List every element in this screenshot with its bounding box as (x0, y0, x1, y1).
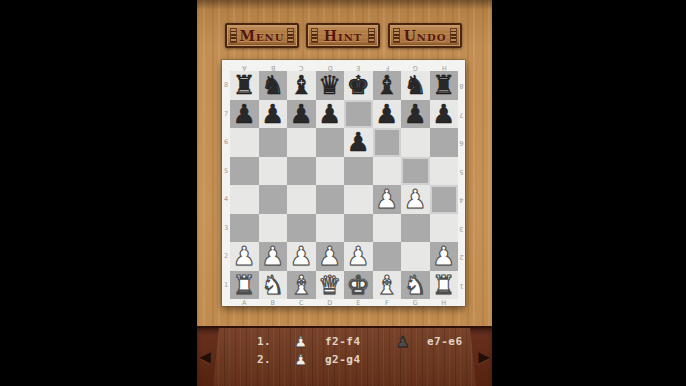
app-screen: Menu Hint Undo ABCDEFGH 87654321 8765432… (0, 0, 686, 386)
black-rook-piece: ♜ (233, 71, 256, 100)
square-g3[interactable] (401, 214, 430, 243)
square-f5[interactable] (373, 157, 402, 186)
black-pawn-piece: ♟ (318, 100, 341, 129)
hint-button[interactable]: Hint (306, 23, 380, 48)
menu-button-label: Menu (240, 28, 285, 44)
move-list-tray: ◀ 1. ♟ f2-f4 ♟ e7-e6 2. ♟ g2-g4 (197, 326, 492, 386)
black-pawn-icon: ♟ (389, 333, 417, 351)
black-move-text (417, 351, 476, 369)
black-pawn-piece: ♟ (290, 100, 313, 129)
white-pawn-icon: ♟ (287, 333, 315, 351)
file-labels-bottom: ABCDEFGH (230, 300, 458, 306)
square-b6[interactable] (259, 128, 288, 157)
square-e8[interactable]: ♚ (344, 71, 373, 100)
square-h7[interactable]: ♟ (430, 100, 459, 129)
white-pawn-piece: ♟ (290, 242, 313, 271)
square-f3[interactable] (373, 214, 402, 243)
black-pawn-piece: ♟ (233, 100, 256, 129)
black-move-text: e7-e6 (417, 333, 476, 351)
square-f4[interactable]: ♟ (373, 185, 402, 214)
undo-button-label: Undo (404, 28, 447, 44)
black-knight-piece: ♞ (404, 71, 427, 100)
square-a6[interactable] (230, 128, 259, 157)
square-d6[interactable] (316, 128, 345, 157)
black-bishop-piece: ♝ (375, 71, 398, 100)
square-c4[interactable] (287, 185, 316, 214)
square-c7[interactable]: ♟ (287, 100, 316, 129)
square-e1[interactable]: ♚ (344, 271, 373, 300)
square-f7[interactable]: ♟ (373, 100, 402, 129)
square-h3[interactable] (430, 214, 459, 243)
square-g1[interactable]: ♞ (401, 271, 430, 300)
white-king-piece: ♚ (347, 271, 370, 300)
square-f8[interactable]: ♝ (373, 71, 402, 100)
square-b2[interactable]: ♟ (259, 242, 288, 271)
square-e2[interactable]: ♟ (344, 242, 373, 271)
black-knight-piece: ♞ (261, 71, 284, 100)
square-d7[interactable]: ♟ (316, 100, 345, 129)
move-number: 2. (257, 351, 287, 369)
black-bishop-piece: ♝ (290, 71, 313, 100)
white-move-text: f2-f4 (315, 333, 389, 351)
square-c2[interactable]: ♟ (287, 242, 316, 271)
move-row-1: 1. ♟ f2-f4 ♟ e7-e6 (213, 333, 476, 351)
move-number: 1. (257, 333, 287, 351)
square-e3[interactable] (344, 214, 373, 243)
square-a8[interactable]: ♜ (230, 71, 259, 100)
square-c1[interactable]: ♝ (287, 271, 316, 300)
white-knight-piece: ♞ (404, 271, 427, 300)
square-d8[interactable]: ♛ (316, 71, 345, 100)
square-a3[interactable] (230, 214, 259, 243)
square-a1[interactable]: ♜ (230, 271, 259, 300)
square-h2[interactable]: ♟ (430, 242, 459, 271)
black-pawn-piece: ♟ (375, 100, 398, 129)
prev-move-button[interactable]: ◀ (197, 346, 213, 368)
square-g5[interactable] (401, 157, 430, 186)
black-king-piece: ♚ (347, 71, 370, 100)
black-pawn-piece: ♟ (404, 100, 427, 129)
move-row-2: 2. ♟ g2-g4 (213, 351, 476, 369)
white-pawn-piece: ♟ (404, 185, 427, 214)
square-a4[interactable] (230, 185, 259, 214)
rank-labels-right: 87654321 (458, 71, 465, 299)
white-queen-piece: ♛ (318, 271, 341, 300)
square-d4[interactable] (316, 185, 345, 214)
square-c6[interactable] (287, 128, 316, 157)
white-pawn-piece: ♟ (261, 242, 284, 271)
menu-button[interactable]: Menu (225, 23, 299, 48)
white-knight-piece: ♞ (261, 271, 284, 300)
square-d1[interactable]: ♛ (316, 271, 345, 300)
chess-board: ABCDEFGH 87654321 87654321 ABCDEFGH ♜♞♝♛… (222, 60, 465, 306)
square-h6[interactable] (430, 128, 459, 157)
square-e5[interactable] (344, 157, 373, 186)
square-e6[interactable]: ♟ (344, 128, 373, 157)
white-bishop-piece: ♝ (290, 271, 313, 300)
black-pawn-piece: ♟ (432, 100, 455, 129)
right-arrow-icon: ▶ (478, 348, 490, 366)
square-g8[interactable]: ♞ (401, 71, 430, 100)
black-rook-piece: ♜ (432, 71, 455, 100)
square-g2[interactable] (401, 242, 430, 271)
black-pawn-piece: ♟ (347, 128, 370, 157)
square-h5[interactable] (430, 157, 459, 186)
white-pawn-piece: ♟ (432, 242, 455, 271)
square-a2[interactable]: ♟ (230, 242, 259, 271)
move-list-panel: 1. ♟ f2-f4 ♟ e7-e6 2. ♟ g2-g4 (213, 328, 476, 386)
square-e7[interactable] (344, 100, 373, 129)
square-d2[interactable]: ♟ (316, 242, 345, 271)
square-h8[interactable]: ♜ (430, 71, 459, 100)
white-pawn-piece: ♟ (375, 185, 398, 214)
board-grid: ♜♞♝♛♚♝♞♜♟♟♟♟♟♟♟♟♟♟♟♟♟♟♟♟♜♞♝♛♚♝♞♜ (230, 71, 458, 299)
square-f1[interactable]: ♝ (373, 271, 402, 300)
square-a5[interactable] (230, 157, 259, 186)
square-d3[interactable] (316, 214, 345, 243)
black-pawn-piece: ♟ (261, 100, 284, 129)
square-e4[interactable] (344, 185, 373, 214)
left-arrow-icon: ◀ (199, 348, 211, 366)
square-h1[interactable]: ♜ (430, 271, 459, 300)
white-bishop-piece: ♝ (375, 271, 398, 300)
white-pawn-piece: ♟ (318, 242, 341, 271)
square-g6[interactable] (401, 128, 430, 157)
white-move-text: g2-g4 (315, 351, 389, 369)
white-pawn-icon: ♟ (287, 351, 315, 369)
square-b5[interactable] (259, 157, 288, 186)
square-g4[interactable]: ♟ (401, 185, 430, 214)
game-area: Menu Hint Undo ABCDEFGH 87654321 8765432… (197, 0, 492, 386)
hint-button-label: Hint (324, 28, 363, 44)
undo-button[interactable]: Undo (388, 23, 462, 48)
next-move-button[interactable]: ▶ (476, 346, 492, 368)
empty-icon-slot (389, 351, 417, 369)
rank-labels-left: 87654321 (222, 71, 230, 299)
square-b1[interactable]: ♞ (259, 271, 288, 300)
square-a7[interactable]: ♟ (230, 100, 259, 129)
square-b8[interactable]: ♞ (259, 71, 288, 100)
square-f6[interactable] (373, 128, 402, 157)
square-d5[interactable] (316, 157, 345, 186)
square-b7[interactable]: ♟ (259, 100, 288, 129)
black-queen-piece: ♛ (318, 71, 341, 100)
square-f2[interactable] (373, 242, 402, 271)
square-b4[interactable] (259, 185, 288, 214)
white-rook-piece: ♜ (233, 271, 256, 300)
square-c8[interactable]: ♝ (287, 71, 316, 100)
square-c3[interactable] (287, 214, 316, 243)
white-pawn-piece: ♟ (347, 242, 370, 271)
white-pawn-piece: ♟ (233, 242, 256, 271)
square-g7[interactable]: ♟ (401, 100, 430, 129)
square-h4[interactable] (430, 185, 459, 214)
square-c5[interactable] (287, 157, 316, 186)
white-rook-piece: ♜ (432, 271, 455, 300)
square-b3[interactable] (259, 214, 288, 243)
